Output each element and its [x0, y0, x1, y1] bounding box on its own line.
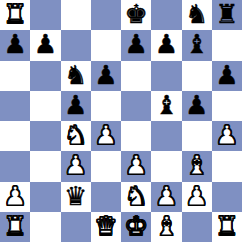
black-bishop: ♝: [185, 30, 208, 59]
black-bishop: ♝: [155, 91, 178, 120]
square-e3[interactable]: ♟: [121, 151, 151, 181]
square-f8[interactable]: [151, 0, 181, 30]
square-g6[interactable]: [182, 61, 212, 91]
black-pawn: ♟: [185, 91, 208, 120]
white-bishop: ♝: [185, 151, 208, 180]
square-c6[interactable]: ♞: [61, 61, 91, 91]
square-d8[interactable]: [91, 0, 121, 30]
square-g7[interactable]: ♝: [182, 30, 212, 60]
square-b7[interactable]: ♟: [30, 30, 60, 60]
square-c2[interactable]: ♛: [61, 182, 91, 212]
black-king: ♚: [124, 0, 147, 29]
black-pawn: ♟: [34, 30, 57, 59]
square-e8[interactable]: ♚: [121, 0, 151, 30]
square-a8[interactable]: ♜: [0, 0, 30, 30]
white-pawn: ♟: [155, 182, 178, 211]
square-g3[interactable]: ♝: [182, 151, 212, 181]
black-pawn: ♟: [155, 30, 178, 59]
square-e1[interactable]: ♚: [121, 212, 151, 242]
square-g5[interactable]: ♟: [182, 91, 212, 121]
square-a6[interactable]: [0, 61, 30, 91]
square-a2[interactable]: ♟: [0, 182, 30, 212]
white-rook: ♜: [3, 0, 26, 29]
white-pawn: ♟: [94, 121, 117, 150]
white-queen: ♛: [94, 212, 117, 241]
square-g8[interactable]: ♞: [182, 0, 212, 30]
square-f3[interactable]: [151, 151, 181, 181]
square-c1[interactable]: [61, 212, 91, 242]
square-b8[interactable]: [30, 0, 60, 30]
square-b2[interactable]: [30, 182, 60, 212]
black-pawn: ♟: [3, 30, 26, 59]
square-h8[interactable]: ♜: [212, 0, 242, 30]
white-rook: ♜: [215, 212, 238, 241]
square-d5[interactable]: [91, 91, 121, 121]
white-knight: ♞: [64, 121, 87, 150]
square-a3[interactable]: [0, 151, 30, 181]
square-e2[interactable]: ♞: [121, 182, 151, 212]
square-a7[interactable]: ♟: [0, 30, 30, 60]
square-h6[interactable]: ♟: [212, 61, 242, 91]
square-c5[interactable]: ♟: [61, 91, 91, 121]
square-e4[interactable]: [121, 121, 151, 151]
square-c3[interactable]: ♟: [61, 151, 91, 181]
square-b5[interactable]: [30, 91, 60, 121]
square-d6[interactable]: ♟: [91, 61, 121, 91]
square-f2[interactable]: ♟: [151, 182, 181, 212]
square-h1[interactable]: ♜: [212, 212, 242, 242]
white-knight: ♞: [124, 182, 147, 211]
square-h2[interactable]: [212, 182, 242, 212]
square-c8[interactable]: [61, 0, 91, 30]
white-king: ♚: [124, 212, 147, 241]
square-g1[interactable]: [182, 212, 212, 242]
white-pawn: ♟: [185, 182, 208, 211]
black-knight: ♞: [185, 0, 208, 29]
black-pawn: ♟: [124, 30, 147, 59]
square-g2[interactable]: ♟: [182, 182, 212, 212]
square-h3[interactable]: [212, 151, 242, 181]
black-pawn: ♟: [215, 61, 238, 90]
square-b1[interactable]: [30, 212, 60, 242]
square-b4[interactable]: [30, 121, 60, 151]
black-rook: ♜: [215, 0, 238, 29]
square-g4[interactable]: [182, 121, 212, 151]
black-pawn: ♟: [64, 91, 87, 120]
white-pawn: ♟: [215, 121, 238, 150]
square-d2[interactable]: [91, 182, 121, 212]
square-d1[interactable]: ♛: [91, 212, 121, 242]
square-a1[interactable]: ♜: [0, 212, 30, 242]
square-c7[interactable]: [61, 30, 91, 60]
square-f4[interactable]: [151, 121, 181, 151]
square-h4[interactable]: ♟: [212, 121, 242, 151]
square-c4[interactable]: ♞: [61, 121, 91, 151]
white-pawn: ♟: [64, 151, 87, 180]
square-f6[interactable]: [151, 61, 181, 91]
square-b6[interactable]: [30, 61, 60, 91]
square-a5[interactable]: [0, 91, 30, 121]
square-d3[interactable]: [91, 151, 121, 181]
square-f7[interactable]: ♟: [151, 30, 181, 60]
square-e6[interactable]: [121, 61, 151, 91]
square-d4[interactable]: ♟: [91, 121, 121, 151]
square-b3[interactable]: [30, 151, 60, 181]
black-knight: ♞: [64, 61, 87, 90]
chess-board: ♜♚♞♜♟♟♟♟♝♞♟♟♟♝♟♞♟♟♟♟♝♟♛♞♟♟♜♛♚♝♜: [0, 0, 242, 242]
white-pawn: ♟: [3, 182, 26, 211]
black-pawn: ♟: [94, 61, 117, 90]
white-pawn: ♟: [124, 151, 147, 180]
white-bishop: ♝: [155, 212, 178, 241]
square-f5[interactable]: ♝: [151, 91, 181, 121]
square-h7[interactable]: [212, 30, 242, 60]
black-queen: ♛: [64, 182, 87, 211]
square-f1[interactable]: ♝: [151, 212, 181, 242]
square-d7[interactable]: [91, 30, 121, 60]
white-rook: ♜: [3, 212, 26, 241]
square-e7[interactable]: ♟: [121, 30, 151, 60]
square-e5[interactable]: [121, 91, 151, 121]
square-a4[interactable]: [0, 121, 30, 151]
square-h5[interactable]: [212, 91, 242, 121]
